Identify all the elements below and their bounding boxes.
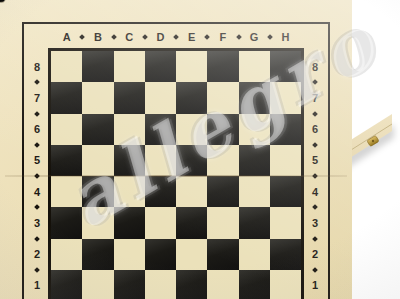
chess-piece-dark-queen: ♛	[0, 0, 4, 2]
chess-piece-light-knight: ♞	[0, 0, 4, 2]
chess-piece-dark-king: ♚	[0, 0, 4, 2]
chess-piece-dark-pawn: ♟	[0, 0, 4, 2]
chess-piece-light-pawn: ♟	[0, 0, 4, 2]
chess-piece-light-rook: ♜	[0, 0, 4, 2]
chess-piece-light-knight: ♞	[0, 0, 4, 2]
chess-piece-light-pawn: ♟	[0, 0, 4, 2]
pieces-layer: ♜♞♝♛♚♝♞♜♟♟♟♟♟♟♟♟♟♟♟♟♟♟♟♟♜♞♝♛♚♝♞♜	[0, 0, 400, 299]
chess-piece-light-bishop: ♝	[0, 0, 4, 2]
chess-piece-light-queen: ♛	[0, 0, 4, 2]
product-photo: ABCDEFGH ABCDEFGH 87654321 87654321 ♜♞♝♛…	[0, 0, 400, 299]
chess-piece-dark-pawn: ♟	[0, 0, 4, 2]
chess-piece-dark-pawn: ♟	[0, 0, 4, 2]
chess-piece-light-rook: ♜	[0, 0, 4, 2]
chess-piece-dark-bishop: ♝	[0, 0, 4, 2]
chess-piece-dark-pawn: ♟	[0, 0, 4, 2]
chess-piece-dark-knight: ♞	[0, 0, 4, 2]
chess-piece-dark-rook: ♜	[0, 0, 4, 2]
chess-piece-dark-rook: ♜	[0, 0, 4, 2]
chess-piece-light-pawn: ♟	[0, 0, 4, 2]
chess-piece-dark-knight: ♞	[0, 0, 4, 2]
chess-piece-dark-pawn: ♟	[0, 0, 4, 2]
chess-piece-dark-bishop: ♝	[0, 0, 4, 2]
chess-piece-light-pawn: ♟	[0, 0, 4, 2]
chess-piece-light-pawn: ♟	[0, 0, 4, 2]
chess-piece-light-pawn: ♟	[0, 0, 4, 2]
chess-piece-light-bishop: ♝	[0, 0, 4, 2]
chess-piece-dark-pawn: ♟	[0, 0, 4, 2]
chess-piece-light-king: ♚	[0, 0, 4, 2]
chess-piece-light-pawn: ♟	[0, 0, 4, 2]
chess-piece-light-pawn: ♟	[0, 0, 4, 2]
chess-piece-dark-pawn: ♟	[0, 0, 4, 2]
chess-piece-dark-pawn: ♟	[0, 0, 4, 2]
